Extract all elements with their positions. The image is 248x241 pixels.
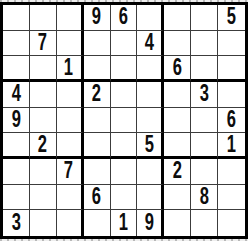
cell-r4c4[interactable]: 2 [84, 82, 111, 108]
cell-r4c5[interactable] [111, 82, 138, 108]
cell-r3c2[interactable] [30, 56, 57, 82]
given-digit: 5 [227, 5, 236, 29]
sudoku-screenshot: 9657416423962517268319 [0, 0, 248, 241]
cell-r9c5[interactable]: 1 [111, 210, 138, 236]
cell-r2c1[interactable] [3, 31, 30, 57]
cell-r8c1[interactable] [3, 185, 30, 211]
cell-r2c5[interactable] [111, 31, 138, 57]
cell-r4c2[interactable] [30, 82, 57, 108]
cell-r9c2[interactable] [30, 210, 57, 236]
cell-r8c6[interactable] [137, 185, 164, 211]
cell-r1c6[interactable] [137, 5, 164, 31]
cell-r1c3[interactable] [57, 5, 84, 31]
cell-r7c2[interactable] [30, 159, 57, 185]
cell-r7c5[interactable] [111, 159, 138, 185]
cell-r6c8[interactable] [191, 133, 218, 159]
cell-r6c5[interactable] [111, 133, 138, 159]
cell-r2c9[interactable] [218, 31, 245, 57]
given-digit: 4 [11, 82, 20, 106]
cell-r2c4[interactable] [84, 31, 111, 57]
cell-r4c8[interactable]: 3 [191, 82, 218, 108]
cell-r7c4[interactable] [84, 159, 111, 185]
cell-r9c8[interactable] [191, 210, 218, 236]
cell-r3c3[interactable]: 1 [57, 56, 84, 82]
given-digit: 3 [11, 211, 20, 235]
cell-r4c1[interactable]: 4 [3, 82, 30, 108]
cell-r6c6[interactable]: 5 [137, 133, 164, 159]
cell-r5c9[interactable]: 6 [218, 108, 245, 134]
cell-r6c2[interactable]: 2 [30, 133, 57, 159]
given-digit: 1 [227, 133, 236, 156]
cell-r3c8[interactable] [191, 56, 218, 82]
cell-r5c5[interactable] [111, 108, 138, 134]
cell-r2c7[interactable] [164, 31, 191, 57]
cell-r6c1[interactable] [3, 133, 30, 159]
cell-r8c3[interactable] [57, 185, 84, 211]
cell-r4c6[interactable] [137, 82, 164, 108]
given-digit: 3 [200, 82, 209, 106]
cell-r1c9[interactable]: 5 [218, 5, 245, 31]
cell-r8c4[interactable]: 6 [84, 185, 111, 211]
given-digit: 8 [200, 185, 209, 209]
cell-r7c6[interactable] [137, 159, 164, 185]
cell-r1c5[interactable]: 6 [111, 5, 138, 31]
cell-r8c7[interactable] [164, 185, 191, 211]
cell-r7c9[interactable] [218, 159, 245, 185]
given-digit: 2 [173, 159, 182, 183]
cell-r1c7[interactable] [164, 5, 191, 31]
cell-r4c7[interactable] [164, 82, 191, 108]
cell-r6c4[interactable] [84, 133, 111, 159]
cell-r8c9[interactable] [218, 185, 245, 211]
cell-r7c3[interactable]: 7 [57, 159, 84, 185]
cell-r6c7[interactable] [164, 133, 191, 159]
cell-r5c2[interactable] [30, 108, 57, 134]
cell-r5c3[interactable] [57, 108, 84, 134]
cell-r8c5[interactable] [111, 185, 138, 211]
cell-r4c3[interactable] [57, 82, 84, 108]
cell-r8c8[interactable]: 8 [191, 185, 218, 211]
given-digit: 9 [11, 108, 20, 132]
cell-r3c7[interactable]: 6 [164, 56, 191, 82]
given-digit: 6 [92, 185, 101, 209]
cell-r2c2[interactable]: 7 [30, 31, 57, 57]
given-digit: 4 [145, 31, 154, 55]
cell-r2c8[interactable] [191, 31, 218, 57]
cell-r7c1[interactable] [3, 159, 30, 185]
cell-r2c6[interactable]: 4 [137, 31, 164, 57]
given-digit: 1 [64, 56, 73, 79]
cell-r3c1[interactable] [3, 56, 30, 82]
cell-r7c8[interactable] [191, 159, 218, 185]
cell-r1c2[interactable] [30, 5, 57, 31]
cell-r1c1[interactable] [3, 5, 30, 31]
given-digit: 6 [173, 56, 182, 79]
cell-r4c9[interactable] [218, 82, 245, 108]
cell-r5c7[interactable] [164, 108, 191, 134]
cell-r9c4[interactable] [84, 210, 111, 236]
given-digit: 7 [38, 31, 47, 55]
cell-r1c4[interactable]: 9 [84, 5, 111, 31]
cell-r5c8[interactable] [191, 108, 218, 134]
cell-r3c9[interactable] [218, 56, 245, 82]
sudoku-board: 9657416423962517268319 [0, 2, 248, 239]
given-digit: 7 [64, 159, 73, 183]
cell-r9c1[interactable]: 3 [3, 210, 30, 236]
cell-r9c3[interactable] [57, 210, 84, 236]
cell-r9c7[interactable] [164, 210, 191, 236]
cell-r3c4[interactable] [84, 56, 111, 82]
cell-r6c9[interactable]: 1 [218, 133, 245, 159]
given-digit: 1 [119, 211, 128, 235]
given-digit: 9 [92, 5, 101, 29]
cell-r5c4[interactable] [84, 108, 111, 134]
given-digit: 6 [119, 5, 128, 29]
cell-r7c7[interactable]: 2 [164, 159, 191, 185]
cell-r1c8[interactable] [191, 5, 218, 31]
given-digit: 9 [145, 211, 154, 235]
cell-r5c6[interactable] [137, 108, 164, 134]
cell-r2c3[interactable] [57, 31, 84, 57]
cell-r3c5[interactable] [111, 56, 138, 82]
given-digit: 6 [227, 108, 236, 132]
cell-r5c1[interactable]: 9 [3, 108, 30, 134]
given-digit: 2 [92, 82, 101, 106]
cell-r9c6[interactable]: 9 [137, 210, 164, 236]
cell-r6c3[interactable] [57, 133, 84, 159]
given-digit: 5 [145, 133, 154, 156]
given-digit: 2 [38, 133, 47, 156]
cell-r3c6[interactable] [137, 56, 164, 82]
cell-r8c2[interactable] [30, 185, 57, 211]
cell-r9c9[interactable] [218, 210, 245, 236]
